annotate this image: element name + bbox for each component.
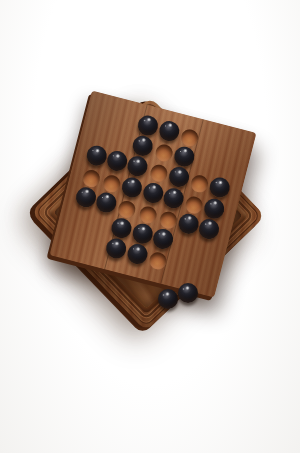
product-photo-scene	[0, 0, 300, 453]
hole-r5c6[interactable]	[179, 215, 200, 236]
hole-r1c4[interactable]	[159, 122, 180, 143]
black-marble-r2c3[interactable]	[131, 134, 155, 158]
black-marble-r7c4[interactable]	[125, 242, 149, 266]
black-marble-r6c5[interactable]	[151, 227, 175, 251]
tray-marble-1[interactable]	[158, 289, 178, 309]
black-marble-r4c7[interactable]	[203, 196, 227, 220]
hole-r3c1[interactable]	[86, 147, 107, 168]
tray-marble-2[interactable]	[178, 283, 198, 303]
hole-r4c3[interactable]	[122, 178, 143, 199]
hole-r4c4[interactable]	[143, 184, 164, 205]
black-marble-r3c7[interactable]	[208, 176, 232, 200]
hole-r7c4[interactable]	[127, 245, 148, 266]
hole-r4c2[interactable]	[101, 173, 122, 194]
black-marble-r3c3[interactable]	[125, 154, 149, 178]
hole-r1c5[interactable]	[179, 127, 200, 148]
black-marble-r5c1[interactable]	[74, 185, 98, 209]
black-marble-r3c2[interactable]	[105, 149, 129, 173]
tray-marble-2-glyph	[178, 283, 198, 303]
black-marble-r1c4[interactable]	[157, 118, 181, 142]
black-marble-r4c5[interactable]	[161, 186, 185, 210]
hole-r3c2[interactable]	[107, 152, 128, 173]
black-marble-r6c4[interactable]	[130, 221, 154, 245]
hole-r3c5[interactable]	[169, 168, 190, 189]
hole-r6c5[interactable]	[153, 230, 174, 251]
hole-r2c4[interactable]	[153, 142, 174, 163]
hole-r5c3[interactable]	[117, 199, 138, 220]
hole-r7c3[interactable]	[106, 240, 127, 261]
hole-r5c5[interactable]	[158, 210, 179, 231]
hole-r3c3[interactable]	[127, 158, 148, 179]
black-marble-r6c3[interactable]	[109, 216, 133, 240]
black-marble-r5c7[interactable]	[197, 217, 221, 241]
hole-r6c3[interactable]	[111, 220, 132, 241]
hole-r6c4[interactable]	[132, 225, 153, 246]
hole-r4c1[interactable]	[81, 168, 102, 189]
hole-r4c6[interactable]	[184, 194, 205, 215]
black-marble-r2c5[interactable]	[172, 144, 196, 168]
tray-marble-1-glyph	[158, 289, 178, 309]
hole-r5c4[interactable]	[137, 204, 158, 225]
hole-r4c7[interactable]	[204, 200, 225, 221]
hole-r5c2[interactable]	[96, 194, 117, 215]
black-marble-r3c1[interactable]	[84, 144, 108, 168]
black-marble-r3c5[interactable]	[167, 165, 191, 189]
hole-r3c6[interactable]	[189, 174, 210, 195]
hole-r4c5[interactable]	[163, 189, 184, 210]
hole-r3c4[interactable]	[148, 163, 169, 184]
black-marble-r1c3[interactable]	[136, 113, 160, 137]
solitaire-board	[49, 90, 256, 297]
black-marble-r4c4[interactable]	[141, 180, 165, 204]
black-marble-r4c3[interactable]	[120, 175, 144, 199]
hole-r1c3[interactable]	[138, 116, 159, 137]
hole-r5c1[interactable]	[75, 188, 96, 209]
hole-r3c7[interactable]	[210, 179, 231, 200]
hole-r2c3[interactable]	[133, 137, 154, 158]
hole-r5c7[interactable]	[199, 220, 220, 241]
black-marble-r7c3[interactable]	[104, 237, 128, 261]
black-marble-r5c6[interactable]	[177, 212, 201, 236]
black-marble-r5c2[interactable]	[94, 190, 118, 214]
hole-r2c5[interactable]	[174, 148, 195, 169]
hole-r7c5[interactable]	[147, 251, 168, 272]
